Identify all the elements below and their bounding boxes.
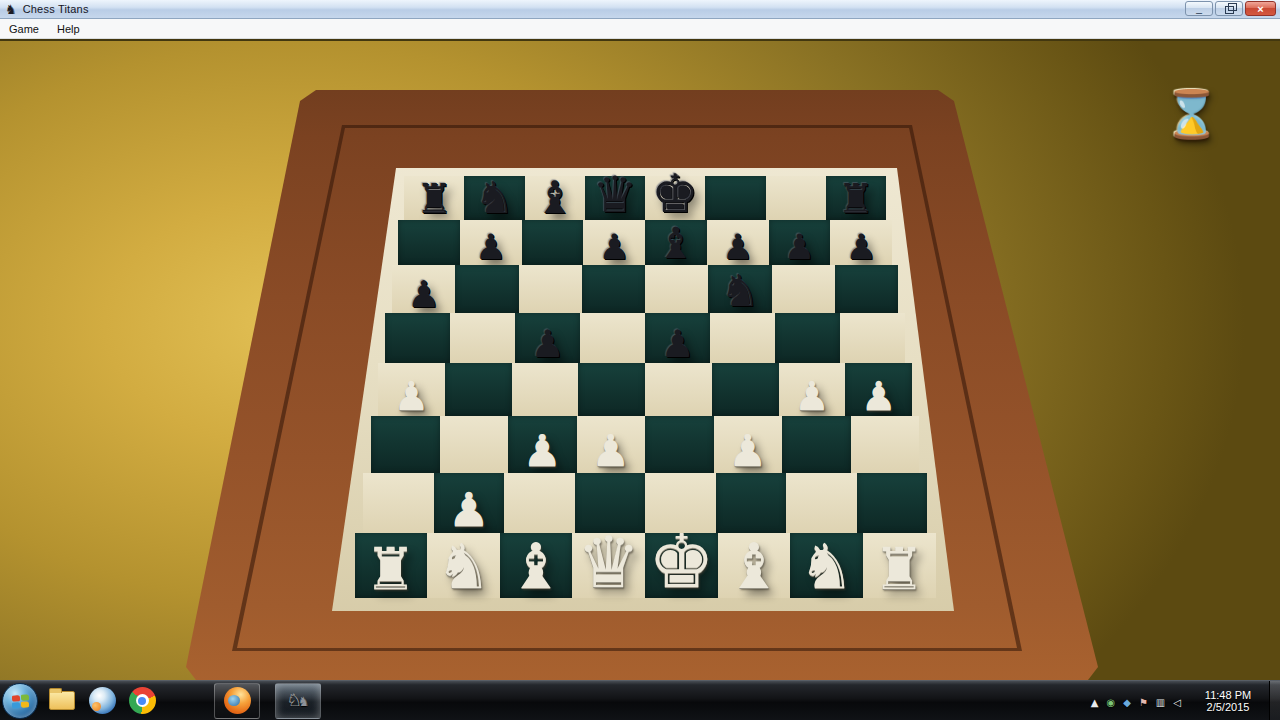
board-rank-4: ♟♟♟ bbox=[378, 363, 912, 416]
square-h5[interactable] bbox=[840, 313, 905, 363]
square-c6[interactable] bbox=[519, 265, 582, 313]
board-rank-6: ♟♞ bbox=[392, 265, 898, 313]
square-c5[interactable]: ♟ bbox=[515, 313, 580, 363]
square-b4[interactable] bbox=[445, 363, 512, 416]
restore-button[interactable] bbox=[1215, 1, 1243, 16]
piece-white-king-e1[interactable]: ♚ bbox=[648, 524, 714, 598]
square-e4[interactable] bbox=[645, 363, 712, 416]
piece-white-bishop-f1[interactable]: ♝ bbox=[726, 535, 782, 598]
restore-icon bbox=[1225, 6, 1234, 14]
board-rank-1: ♜♞♝♛♚♝♞♜ bbox=[355, 533, 936, 598]
square-d4[interactable] bbox=[578, 363, 645, 416]
square-g6[interactable] bbox=[772, 265, 835, 313]
square-d1[interactable]: ♛ bbox=[572, 533, 645, 598]
square-e7[interactable]: ♝ bbox=[645, 220, 707, 265]
piece-black-pawn-c5[interactable]: ♟ bbox=[530, 325, 564, 363]
taskbar-item-windows-media-player[interactable] bbox=[82, 681, 122, 720]
square-b7[interactable]: ♟ bbox=[460, 220, 522, 265]
square-a8[interactable]: ♜ bbox=[404, 176, 464, 220]
window-title: Chess Titans bbox=[23, 3, 89, 15]
square-h4[interactable]: ♟ bbox=[845, 363, 912, 416]
tray-app-green[interactable]: ◉ bbox=[1106, 697, 1115, 708]
square-c2[interactable] bbox=[504, 473, 575, 533]
square-g2[interactable] bbox=[786, 473, 857, 533]
board-rank-3: ♟♟♟ bbox=[371, 416, 919, 473]
square-f8[interactable] bbox=[705, 176, 765, 220]
square-e1[interactable]: ♚ bbox=[645, 533, 718, 598]
piece-black-pawn-g7[interactable]: ♟ bbox=[784, 230, 815, 265]
square-g1[interactable]: ♞ bbox=[790, 533, 863, 598]
square-b5[interactable] bbox=[450, 313, 515, 363]
piece-black-bishop-c8[interactable]: ♝ bbox=[534, 175, 574, 220]
piece-black-bishop-e7[interactable]: ♝ bbox=[657, 222, 696, 265]
show-hidden-icons[interactable]: ▲ bbox=[1091, 697, 1099, 708]
square-b6[interactable] bbox=[455, 265, 518, 313]
piece-black-rook-a8[interactable]: ♜ bbox=[416, 179, 453, 220]
minimize-button[interactable]: – bbox=[1185, 1, 1213, 16]
taskbar-item-firefox[interactable] bbox=[214, 683, 260, 719]
piece-black-pawn-f7[interactable]: ♟ bbox=[722, 230, 753, 265]
square-c4[interactable] bbox=[512, 363, 579, 416]
square-c7[interactable] bbox=[522, 220, 584, 265]
square-e6[interactable] bbox=[645, 265, 708, 313]
piece-black-queen-d8[interactable]: ♛ bbox=[592, 170, 637, 220]
network-icon[interactable]: ▥ bbox=[1156, 697, 1165, 708]
piece-white-knight-g1[interactable]: ♞ bbox=[799, 536, 855, 598]
taskbar-item-chess-titans[interactable]: ♘♞ bbox=[275, 683, 321, 719]
piece-white-rook-a1[interactable]: ♜ bbox=[365, 540, 417, 598]
square-g8[interactable] bbox=[766, 176, 826, 220]
square-b2[interactable]: ♟ bbox=[434, 473, 505, 533]
firefox-icon bbox=[224, 687, 251, 714]
hourglass-icon: ⌛ bbox=[1163, 91, 1220, 137]
square-a2[interactable] bbox=[363, 473, 434, 533]
square-e8[interactable]: ♚ bbox=[645, 176, 705, 220]
piece-white-pawn-d3[interactable]: ♟ bbox=[591, 429, 630, 473]
square-a7[interactable] bbox=[398, 220, 460, 265]
piece-black-pawn-h7[interactable]: ♟ bbox=[845, 230, 876, 265]
board-rank-5: ♟♟ bbox=[385, 313, 905, 363]
piece-white-rook-h1[interactable]: ♜ bbox=[873, 540, 925, 598]
square-f2[interactable] bbox=[716, 473, 787, 533]
clock-date: 2/5/2015 bbox=[1193, 701, 1263, 713]
close-button[interactable]: × bbox=[1245, 1, 1276, 16]
square-a1[interactable]: ♜ bbox=[355, 533, 428, 598]
window-controls: – × bbox=[1185, 1, 1276, 16]
piece-black-knight-f6[interactable]: ♞ bbox=[720, 269, 759, 313]
piece-white-queen-d1[interactable]: ♛ bbox=[577, 527, 641, 598]
piece-white-bishop-c1[interactable]: ♝ bbox=[508, 535, 564, 598]
square-h6[interactable] bbox=[835, 265, 898, 313]
chessboard: ♜♞♝♛♚♜♟♟♝♟♟♟♟♞♟♟♟♟♟♟♟♟♟♜♞♝♛♚♝♞♜ bbox=[0, 41, 1280, 682]
piece-white-pawn-b2[interactable]: ♟ bbox=[448, 486, 490, 533]
square-e3[interactable] bbox=[645, 416, 714, 473]
square-d8[interactable]: ♛ bbox=[585, 176, 645, 220]
square-f7[interactable]: ♟ bbox=[707, 220, 769, 265]
taskbar-item-google-chrome[interactable] bbox=[122, 681, 162, 720]
square-d6[interactable] bbox=[582, 265, 645, 313]
square-b8[interactable]: ♞ bbox=[464, 176, 524, 220]
windows-logo-icon bbox=[12, 694, 29, 709]
game-area: ♜♞♝♛♚♜♟♟♝♟♟♟♟♞♟♟♟♟♟♟♟♟♟♜♞♝♛♚♝♞♜ ⌛ bbox=[0, 39, 1280, 682]
minimize-icon: – bbox=[1196, 7, 1202, 17]
square-g4[interactable]: ♟ bbox=[779, 363, 846, 416]
piece-white-pawn-g4[interactable]: ♟ bbox=[794, 376, 830, 416]
menu-bar: Game Help bbox=[0, 19, 1280, 39]
square-c1[interactable]: ♝ bbox=[500, 533, 573, 598]
piece-black-pawn-d7[interactable]: ♟ bbox=[598, 230, 629, 265]
media-player-icon bbox=[89, 687, 116, 714]
title-bar: ♞ Chess Titans – × bbox=[0, 0, 1280, 19]
square-e5[interactable]: ♟ bbox=[645, 313, 710, 363]
square-a3[interactable] bbox=[371, 416, 440, 473]
square-h2[interactable] bbox=[857, 473, 928, 533]
piece-white-pawn-c3[interactable]: ♟ bbox=[523, 429, 562, 473]
menu-game[interactable]: Game bbox=[0, 21, 48, 37]
square-h7[interactable]: ♟ bbox=[830, 220, 892, 265]
piece-black-pawn-b7[interactable]: ♟ bbox=[475, 230, 506, 265]
folder-icon bbox=[49, 691, 75, 710]
tray-app-blue[interactable]: ◆ bbox=[1123, 697, 1131, 708]
square-c8[interactable]: ♝ bbox=[525, 176, 585, 220]
action-center-flag[interactable]: ⚑ bbox=[1139, 697, 1148, 708]
system-tray: ▲◉◆⚑▥◁ 11:48 PM 2/5/2015 bbox=[1087, 681, 1280, 720]
square-h3[interactable] bbox=[851, 416, 920, 473]
show-desktop-button[interactable] bbox=[1269, 681, 1280, 720]
piece-black-rook-h8[interactable]: ♜ bbox=[837, 179, 874, 220]
square-f1[interactable]: ♝ bbox=[718, 533, 791, 598]
square-g5[interactable] bbox=[775, 313, 840, 363]
square-a4[interactable]: ♟ bbox=[378, 363, 445, 416]
square-f5[interactable] bbox=[710, 313, 775, 363]
piece-black-pawn-a6[interactable]: ♟ bbox=[407, 276, 440, 313]
start-button[interactable] bbox=[2, 683, 38, 719]
square-g3[interactable] bbox=[782, 416, 851, 473]
taskbar-clock[interactable]: 11:48 PM 2/5/2015 bbox=[1193, 689, 1263, 713]
close-icon: × bbox=[1257, 4, 1263, 14]
piece-white-pawn-a4[interactable]: ♟ bbox=[393, 376, 429, 416]
square-g7[interactable]: ♟ bbox=[769, 220, 831, 265]
chess-titans-icon: ♘♞ bbox=[287, 692, 310, 709]
square-h1[interactable]: ♜ bbox=[863, 533, 936, 598]
tray-icons: ▲◉◆⚑▥◁ bbox=[1087, 692, 1185, 710]
volume-icon[interactable]: ◁ bbox=[1173, 697, 1181, 708]
square-h8[interactable]: ♜ bbox=[826, 176, 886, 220]
board-rank-8: ♜♞♝♛♚♜ bbox=[404, 176, 886, 220]
piece-black-pawn-e5[interactable]: ♟ bbox=[660, 325, 694, 363]
square-a6[interactable]: ♟ bbox=[392, 265, 455, 313]
square-d5[interactable] bbox=[580, 313, 645, 363]
piece-white-pawn-f3[interactable]: ♟ bbox=[728, 429, 767, 473]
chrome-icon bbox=[129, 687, 156, 714]
square-d7[interactable]: ♟ bbox=[583, 220, 645, 265]
board-rank-2: ♟ bbox=[363, 473, 927, 533]
square-f3[interactable]: ♟ bbox=[714, 416, 783, 473]
piece-white-pawn-h4[interactable]: ♟ bbox=[861, 376, 897, 416]
piece-white-knight-b1[interactable]: ♞ bbox=[436, 536, 492, 598]
board-rank-7: ♟♟♝♟♟♟ bbox=[398, 220, 892, 265]
taskbar: ♘♞ ▲◉◆⚑▥◁ 11:48 PM 2/5/2015 bbox=[0, 680, 1280, 720]
square-f6[interactable]: ♞ bbox=[708, 265, 771, 313]
menu-help[interactable]: Help bbox=[48, 21, 89, 37]
taskbar-item-windows-explorer[interactable] bbox=[42, 681, 82, 720]
square-d3[interactable]: ♟ bbox=[577, 416, 646, 473]
chess-titans-app-icon: ♞ bbox=[5, 3, 17, 16]
square-f4[interactable] bbox=[712, 363, 779, 416]
clock-time: 11:48 PM bbox=[1193, 689, 1263, 701]
square-b3[interactable] bbox=[440, 416, 509, 473]
square-b1[interactable]: ♞ bbox=[427, 533, 500, 598]
square-a5[interactable] bbox=[385, 313, 450, 363]
piece-black-king-e8[interactable]: ♚ bbox=[651, 167, 699, 220]
square-c3[interactable]: ♟ bbox=[508, 416, 577, 473]
piece-black-knight-b8[interactable]: ♞ bbox=[475, 176, 514, 220]
